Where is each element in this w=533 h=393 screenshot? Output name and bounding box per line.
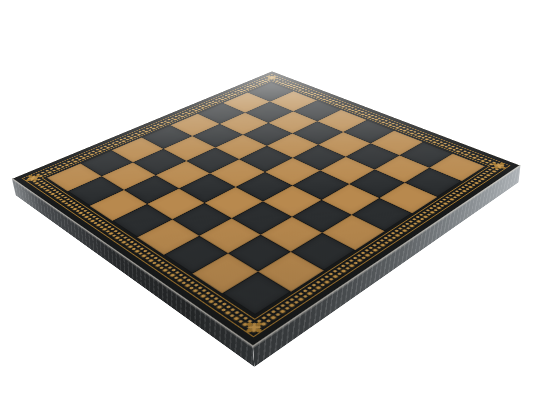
square[interactable] [180, 173, 236, 202]
square[interactable] [164, 236, 228, 274]
square[interactable] [172, 203, 232, 236]
chess-board [12, 71, 521, 347]
square[interactable] [379, 183, 437, 214]
square[interactable] [222, 272, 291, 315]
square[interactable] [292, 171, 348, 200]
square[interactable] [112, 204, 172, 237]
ornament-band-right [255, 166, 501, 327]
square[interactable] [263, 185, 321, 216]
square[interactable] [405, 168, 462, 197]
square[interactable] [205, 187, 263, 218]
square[interactable] [323, 215, 385, 250]
chess-board-3d [12, 71, 521, 347]
square[interactable] [292, 200, 352, 233]
ornament-band-bottom [26, 175, 264, 334]
square[interactable] [349, 169, 406, 198]
product-photo [0, 0, 533, 393]
square[interactable] [199, 218, 261, 253]
square[interactable] [147, 188, 205, 219]
square[interactable] [352, 198, 412, 231]
board-squares [47, 82, 485, 315]
square[interactable] [236, 172, 292, 201]
square[interactable] [67, 176, 123, 205]
square[interactable] [89, 190, 147, 221]
square[interactable] [291, 233, 355, 271]
perspective-scene [0, 0, 533, 393]
square[interactable] [261, 216, 323, 251]
square[interactable] [227, 234, 291, 272]
square[interactable] [192, 253, 258, 293]
camera-tilt [0, 0, 533, 393]
square[interactable] [123, 175, 179, 204]
square[interactable] [258, 252, 324, 292]
square[interactable] [137, 219, 199, 254]
square[interactable] [232, 201, 292, 234]
square[interactable] [321, 184, 379, 215]
corner-rosette-icon [241, 319, 267, 336]
